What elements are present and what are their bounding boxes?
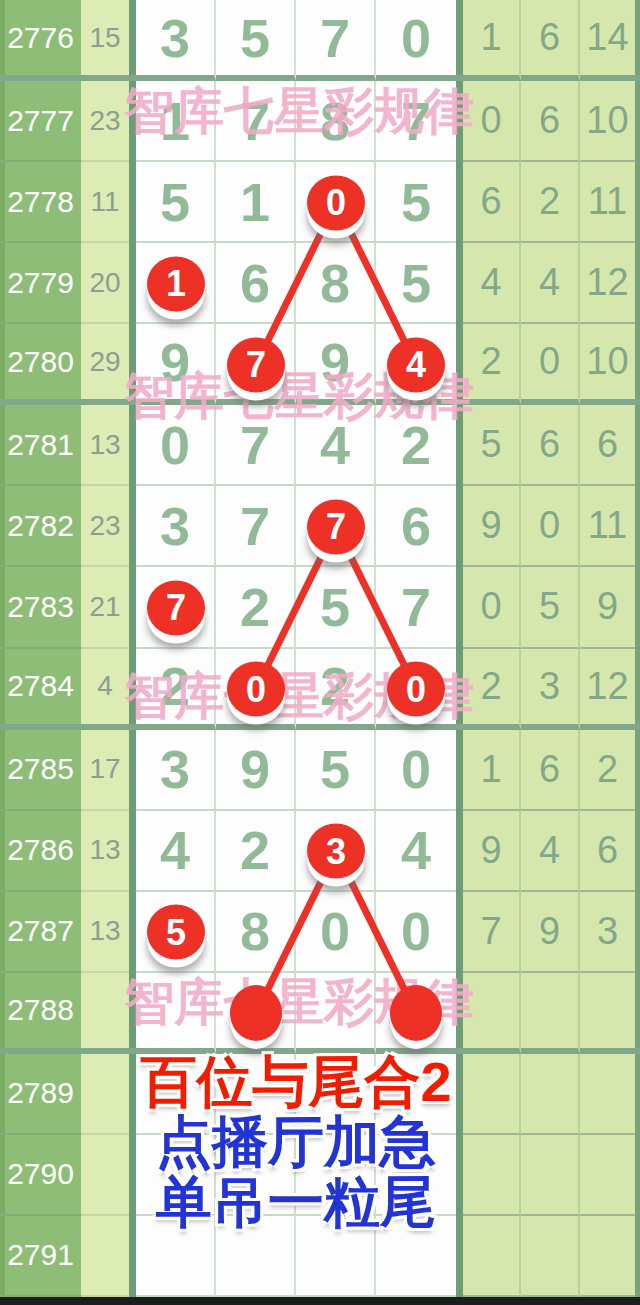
digit-cell: 5 [376,243,456,324]
period-cell: 2791 [0,1216,81,1297]
vertical-divider [456,730,463,811]
annotation-line-2: 点播厅加急 [133,1112,459,1172]
stat-cell [521,1135,580,1216]
period-cell: 2785 [0,730,81,811]
stat-cell: 9 [463,486,521,567]
stat-cell: 0 [521,486,580,567]
stat-cell [463,1216,521,1297]
digit-cell: 0 [296,892,376,973]
period-sum-cell: 15 [81,0,129,81]
stat-cell: 3 [521,649,580,730]
stat-cell: 1 [463,730,521,811]
vertical-divider [129,892,136,973]
stat-cell [580,1054,635,1135]
stat-cell: 7 [463,892,521,973]
filled-red-marker [390,985,442,1041]
right-edge-strip [635,324,640,405]
period-cell: 2790 [0,1135,81,1216]
stat-cell: 3 [580,892,635,973]
digit-cell: 6 [376,486,456,567]
stat-cell [521,1054,580,1135]
vertical-divider [456,892,463,973]
vertical-divider [129,486,136,567]
right-edge-strip [635,1216,640,1297]
stat-cell [580,1216,635,1297]
stat-cell: 11 [580,486,635,567]
digit-cell: 8 [296,243,376,324]
period-cell: 2784 [0,649,81,730]
period-cell: 2777 [0,81,81,162]
digit-cell: 6 [216,243,296,324]
period-sum-cell: 11 [81,162,129,243]
stat-cell [580,1135,635,1216]
digit-cell: 4 [136,811,216,892]
stat-cell: 6 [580,811,635,892]
stat-cell: 9 [580,567,635,648]
stat-cell [463,1054,521,1135]
stat-cell: 10 [580,81,635,162]
red-circled-digit: 4 [387,337,445,392]
right-edge-strip [635,405,640,486]
digit-cell: 7 [296,0,376,81]
digit-cell: 3 [136,730,216,811]
stat-cell [521,973,580,1054]
period-cell: 2788 [0,973,81,1054]
stat-cell: 0 [521,324,580,405]
digit-cell: 5 [296,730,376,811]
digit-cell: 9 [216,730,296,811]
red-circled-digit: 5 [147,905,205,960]
period-cell: 2780 [0,324,81,405]
table-row-2785: 2785173950162 [0,730,640,811]
stat-cell: 1 [463,0,521,81]
digit-cell: 5 [296,567,376,648]
stat-cell: 4 [463,243,521,324]
stat-cell: 2 [521,162,580,243]
red-circled-digit: 7 [227,337,285,392]
digit-cell: 2 [216,567,296,648]
stat-cell: 12 [580,649,635,730]
period-cell: 2786 [0,811,81,892]
stat-cell: 9 [521,892,580,973]
period-sum-cell [81,1135,129,1216]
red-circled-digit: 1 [147,256,205,311]
lottery-trend-chart: 2776153570161427772317870610277811510562… [0,0,640,1305]
period-cell: 2779 [0,243,81,324]
red-circled-digit: 0 [387,662,445,717]
stat-cell [580,973,635,1054]
annotation-line-1: 百位与尾合2 [133,1052,459,1112]
red-circled-digit: 0 [307,175,365,230]
digit-cell: 7 [216,486,296,567]
stat-cell: 14 [580,0,635,81]
period-sum-cell: 13 [81,405,129,486]
annotation-block: 百位与尾合2 点播厅加急 单吊一粒尾 [133,1052,459,1232]
digit-cell: 1 [216,162,296,243]
period-sum-cell: 21 [81,567,129,648]
vertical-divider [129,162,136,243]
filled-red-marker [230,985,282,1041]
right-edge-strip [635,0,640,81]
stat-cell: 6 [521,0,580,81]
period-sum-cell: 23 [81,81,129,162]
stat-cell: 0 [463,567,521,648]
period-cell: 2787 [0,892,81,973]
digit-cell: 8 [216,892,296,973]
red-circled-digit: 3 [307,824,365,879]
digit-cell: 0 [376,730,456,811]
digit-cell: 3 [136,486,216,567]
vertical-divider [456,162,463,243]
right-edge-strip [635,973,640,1054]
table-row-2787: 2787135800793 [0,892,640,973]
stat-cell: 4 [521,243,580,324]
period-sum-cell: 13 [81,892,129,973]
vertical-divider [129,0,136,81]
table-row-2783: 2783217257059 [0,567,640,648]
stat-cell: 4 [521,811,580,892]
period-sum-cell: 23 [81,486,129,567]
red-circled-digit: 7 [307,499,365,554]
digit-cell: 5 [136,162,216,243]
red-circled-digit: 7 [147,580,205,635]
digit-cell: 3 [136,0,216,81]
digit-cell: 7 [376,567,456,648]
period-sum-cell: 20 [81,243,129,324]
digit-cell: 5 [376,162,456,243]
stat-cell: 6 [521,405,580,486]
table-row-2776: 27761535701614 [0,0,640,81]
period-cell: 2789 [0,1054,81,1135]
right-edge-strip [635,892,640,973]
stat-cell [463,1135,521,1216]
vertical-divider [456,243,463,324]
period-sum-cell [81,1054,129,1135]
stat-cell: 6 [521,81,580,162]
period-cell: 2783 [0,567,81,648]
digit-cell: 2 [216,811,296,892]
period-cell: 2782 [0,486,81,567]
stat-cell: 11 [580,162,635,243]
vertical-divider [129,730,136,811]
table-row-2779: 27792016854412 [0,243,640,324]
right-edge-strip [635,730,640,811]
stat-cell: 12 [580,243,635,324]
right-edge-strip [635,162,640,243]
stat-cell [521,1216,580,1297]
right-edge-strip [635,567,640,648]
stat-cell: 6 [521,730,580,811]
stat-cell: 5 [521,567,580,648]
stat-cell: 6 [463,162,521,243]
right-edge-strip [635,486,640,567]
digit-cell: 5 [216,0,296,81]
vertical-divider [129,811,136,892]
vertical-divider [129,243,136,324]
digit-cell: 0 [376,892,456,973]
right-edge-strip [635,1054,640,1135]
period-sum-cell [81,1216,129,1297]
vertical-divider [456,486,463,567]
period-cell: 2781 [0,405,81,486]
period-sum-cell: 4 [81,649,129,730]
bottom-bar [0,1297,640,1305]
stat-cell: 6 [580,405,635,486]
period-cell: 2776 [0,0,81,81]
period-sum-cell: 13 [81,811,129,892]
digit-cell: 0 [376,0,456,81]
stat-cell: 9 [463,811,521,892]
period-cell: 2778 [0,162,81,243]
right-edge-strip [635,243,640,324]
right-edge-strip [635,811,640,892]
right-edge-strip [635,1135,640,1216]
period-sum-cell: 29 [81,324,129,405]
vertical-divider [456,567,463,648]
period-sum-cell [81,973,129,1054]
vertical-divider [456,811,463,892]
annotation-line-3: 单吊一粒尾 [133,1172,459,1232]
red-circled-digit: 0 [227,662,285,717]
right-edge-strip [635,649,640,730]
stat-cell: 10 [580,324,635,405]
right-edge-strip [635,81,640,162]
vertical-divider [129,567,136,648]
vertical-divider [456,0,463,81]
period-sum-cell: 17 [81,730,129,811]
digit-cell: 4 [376,811,456,892]
stat-cell: 2 [580,730,635,811]
watermark-text: 智库七星彩规律 [124,86,474,136]
